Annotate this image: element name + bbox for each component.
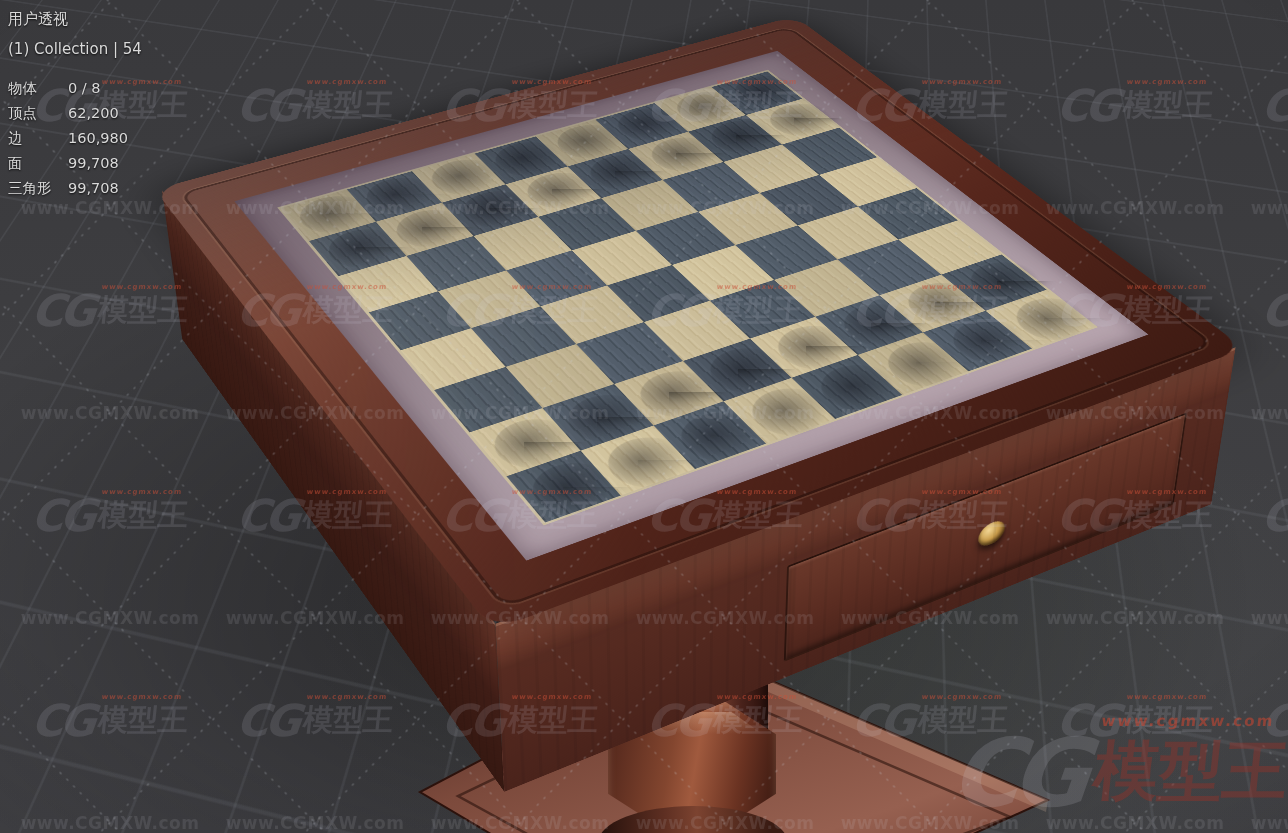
blender-viewport[interactable]: ♜♞♝♛♚♝♞♜♟♟♟♟♟♟♟♟♟♟♟♟♟♟♟♟♜♞♝♛♚♝♞♜ CG模型王ww… [0, 0, 1288, 833]
stat-label: 边 [8, 126, 68, 151]
view-mode-label: 用户透视 [8, 6, 142, 36]
drawer-knob[interactable] [977, 517, 1005, 549]
stat-value: 99,708 [68, 176, 119, 201]
stat-label: 顶点 [8, 101, 68, 126]
collection-label: (1) Collection | 54 [8, 36, 142, 66]
stat-vertices: 顶点62,200 [8, 101, 142, 126]
scene-statistics: 物体0 / 8顶点62,200边160,980面99,708三角形99,708 [8, 76, 142, 201]
viewport-overlay-text: 用户透视 (1) Collection | 54 物体0 / 8顶点62,200… [8, 6, 142, 201]
chess-table-scene: ♜♞♝♛♚♝♞♜♟♟♟♟♟♟♟♟♟♟♟♟♟♟♟♟♜♞♝♛♚♝♞♜ [0, 0, 1288, 833]
stat-triangles: 三角形99,708 [8, 176, 142, 201]
stat-edges: 边160,980 [8, 126, 142, 151]
piece-glyph: ♜ [475, 308, 649, 502]
stat-label: 三角形 [8, 176, 68, 201]
stat-value: 0 / 8 [68, 76, 101, 101]
stat-label: 面 [8, 151, 68, 176]
stat-faces: 面99,708 [8, 151, 142, 176]
stat-label: 物体 [8, 76, 68, 101]
stat-value: 160,980 [68, 126, 128, 151]
stat-objects: 物体0 / 8 [8, 76, 142, 101]
stat-value: 62,200 [68, 101, 119, 126]
stat-value: 99,708 [68, 151, 119, 176]
